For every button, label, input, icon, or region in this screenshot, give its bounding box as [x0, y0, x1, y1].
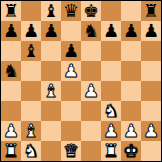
- square-e3[interactable]: [81, 101, 101, 121]
- black-pawn[interactable]: ♟: [143, 21, 159, 41]
- black-pawn[interactable]: ♟: [23, 21, 39, 41]
- square-h4[interactable]: [141, 81, 161, 101]
- square-f5[interactable]: [101, 61, 121, 81]
- square-g2[interactable]: ♟: [121, 121, 141, 141]
- black-bishop[interactable]: ♝: [43, 1, 59, 21]
- square-h6[interactable]: [141, 41, 161, 61]
- square-f1[interactable]: ♜: [101, 141, 121, 161]
- white-knight[interactable]: ♞: [23, 141, 39, 161]
- square-d7[interactable]: [61, 21, 81, 41]
- square-a6[interactable]: [1, 41, 21, 61]
- black-knight[interactable]: ♞: [3, 61, 19, 81]
- black-rook[interactable]: ♜: [3, 1, 19, 21]
- square-h8[interactable]: ♜: [141, 1, 161, 21]
- square-f8[interactable]: [101, 1, 121, 21]
- square-f6[interactable]: [101, 41, 121, 61]
- square-d2[interactable]: [61, 121, 81, 141]
- square-c7[interactable]: ♟: [41, 21, 61, 41]
- white-rook[interactable]: ♜: [103, 141, 119, 161]
- square-g8[interactable]: [121, 1, 141, 21]
- square-d3[interactable]: [61, 101, 81, 121]
- square-a4[interactable]: [1, 81, 21, 101]
- square-a1[interactable]: ♜: [1, 141, 21, 161]
- square-f4[interactable]: [101, 81, 121, 101]
- white-queen[interactable]: ♛: [63, 141, 79, 161]
- square-b3[interactable]: [21, 101, 41, 121]
- white-pawn[interactable]: ♟: [63, 61, 79, 81]
- square-f7[interactable]: ♟: [101, 21, 121, 41]
- square-d8[interactable]: ♛: [61, 1, 81, 21]
- black-pawn[interactable]: ♟: [43, 21, 59, 41]
- square-g1[interactable]: ♚: [121, 141, 141, 161]
- square-e4[interactable]: ♟: [81, 81, 101, 101]
- black-knight[interactable]: ♞: [83, 21, 99, 41]
- square-b8[interactable]: [21, 1, 41, 21]
- square-a2[interactable]: ♟: [1, 121, 21, 141]
- black-king[interactable]: ♚: [83, 1, 99, 21]
- square-h2[interactable]: ♟: [141, 121, 161, 141]
- square-c5[interactable]: [41, 61, 61, 81]
- square-c8[interactable]: ♝: [41, 1, 61, 21]
- square-e2[interactable]: [81, 121, 101, 141]
- white-pawn[interactable]: ♟: [143, 121, 159, 141]
- square-a3[interactable]: [1, 101, 21, 121]
- white-knight[interactable]: ♞: [103, 101, 119, 121]
- square-g5[interactable]: [121, 61, 141, 81]
- chess-board-frame: ♜♝♛♚♜♟♟♟♞♟♟♟♝♟♞♟♝♟♞♟♝♟♟♟♜♞♛♜♚: [0, 0, 162, 162]
- square-e5[interactable]: [81, 61, 101, 81]
- square-e8[interactable]: ♚: [81, 1, 101, 21]
- square-b4[interactable]: [21, 81, 41, 101]
- black-pawn[interactable]: ♟: [63, 41, 79, 61]
- white-rook[interactable]: ♜: [3, 141, 19, 161]
- square-b1[interactable]: ♞: [21, 141, 41, 161]
- square-a5[interactable]: ♞: [1, 61, 21, 81]
- square-g7[interactable]: ♟: [121, 21, 141, 41]
- white-pawn[interactable]: ♟: [3, 121, 19, 141]
- white-pawn[interactable]: ♟: [103, 121, 119, 141]
- square-c3[interactable]: [41, 101, 61, 121]
- white-bishop[interactable]: ♝: [23, 121, 39, 141]
- white-pawn[interactable]: ♟: [83, 81, 99, 101]
- square-e1[interactable]: [81, 141, 101, 161]
- square-b5[interactable]: [21, 61, 41, 81]
- black-pawn[interactable]: ♟: [123, 21, 139, 41]
- black-pawn[interactable]: ♟: [3, 21, 19, 41]
- square-d4[interactable]: [61, 81, 81, 101]
- square-a8[interactable]: ♜: [1, 1, 21, 21]
- white-pawn[interactable]: ♟: [123, 121, 139, 141]
- square-d6[interactable]: ♟: [61, 41, 81, 61]
- square-h5[interactable]: [141, 61, 161, 81]
- square-g3[interactable]: [121, 101, 141, 121]
- square-h1[interactable]: [141, 141, 161, 161]
- square-d5[interactable]: ♟: [61, 61, 81, 81]
- black-rook[interactable]: ♜: [143, 1, 159, 21]
- square-g4[interactable]: [121, 81, 141, 101]
- square-e7[interactable]: ♞: [81, 21, 101, 41]
- square-b7[interactable]: ♟: [21, 21, 41, 41]
- square-c4[interactable]: ♝: [41, 81, 61, 101]
- chess-board: ♜♝♛♚♜♟♟♟♞♟♟♟♝♟♞♟♝♟♞♟♝♟♟♟♜♞♛♜♚: [1, 1, 161, 161]
- square-e6[interactable]: [81, 41, 101, 61]
- white-king[interactable]: ♚: [123, 141, 139, 161]
- square-h3[interactable]: [141, 101, 161, 121]
- black-pawn[interactable]: ♟: [103, 21, 119, 41]
- square-c6[interactable]: [41, 41, 61, 61]
- square-b2[interactable]: ♝: [21, 121, 41, 141]
- black-bishop[interactable]: ♝: [23, 41, 39, 61]
- square-f2[interactable]: ♟: [101, 121, 121, 141]
- square-g6[interactable]: [121, 41, 141, 61]
- white-bishop[interactable]: ♝: [43, 81, 59, 101]
- square-h7[interactable]: ♟: [141, 21, 161, 41]
- square-f3[interactable]: ♞: [101, 101, 121, 121]
- square-c2[interactable]: [41, 121, 61, 141]
- square-a7[interactable]: ♟: [1, 21, 21, 41]
- square-b6[interactable]: ♝: [21, 41, 41, 61]
- black-queen[interactable]: ♛: [63, 1, 79, 21]
- square-d1[interactable]: ♛: [61, 141, 81, 161]
- square-c1[interactable]: [41, 141, 61, 161]
